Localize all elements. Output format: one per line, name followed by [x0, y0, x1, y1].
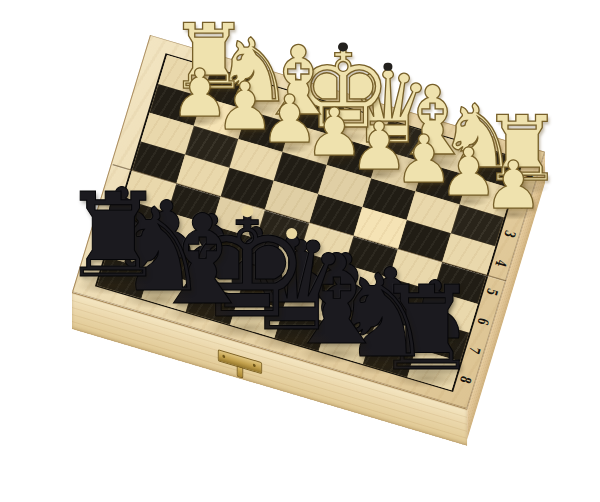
rank-label: 5 — [483, 284, 500, 300]
rank-label: 1 — [518, 168, 535, 184]
rank-label: 6 — [474, 313, 491, 329]
rank-label: 8 — [456, 371, 473, 387]
rank-label: 2 — [509, 197, 526, 213]
chess-set-photo: 12345678 ♜♞♝♛♚♝♞♜♟♟♟♟♟♟♟♟♟♟♟♟♟♟♟♟♜♞♝♛♚♝♞… — [0, 0, 600, 502]
rank-label: 7 — [465, 342, 482, 358]
board-top: 12345678 — [72, 35, 545, 409]
rank-label: 4 — [492, 255, 509, 271]
brass-latch-icon — [218, 349, 262, 374]
rank-label: 3 — [500, 226, 517, 242]
